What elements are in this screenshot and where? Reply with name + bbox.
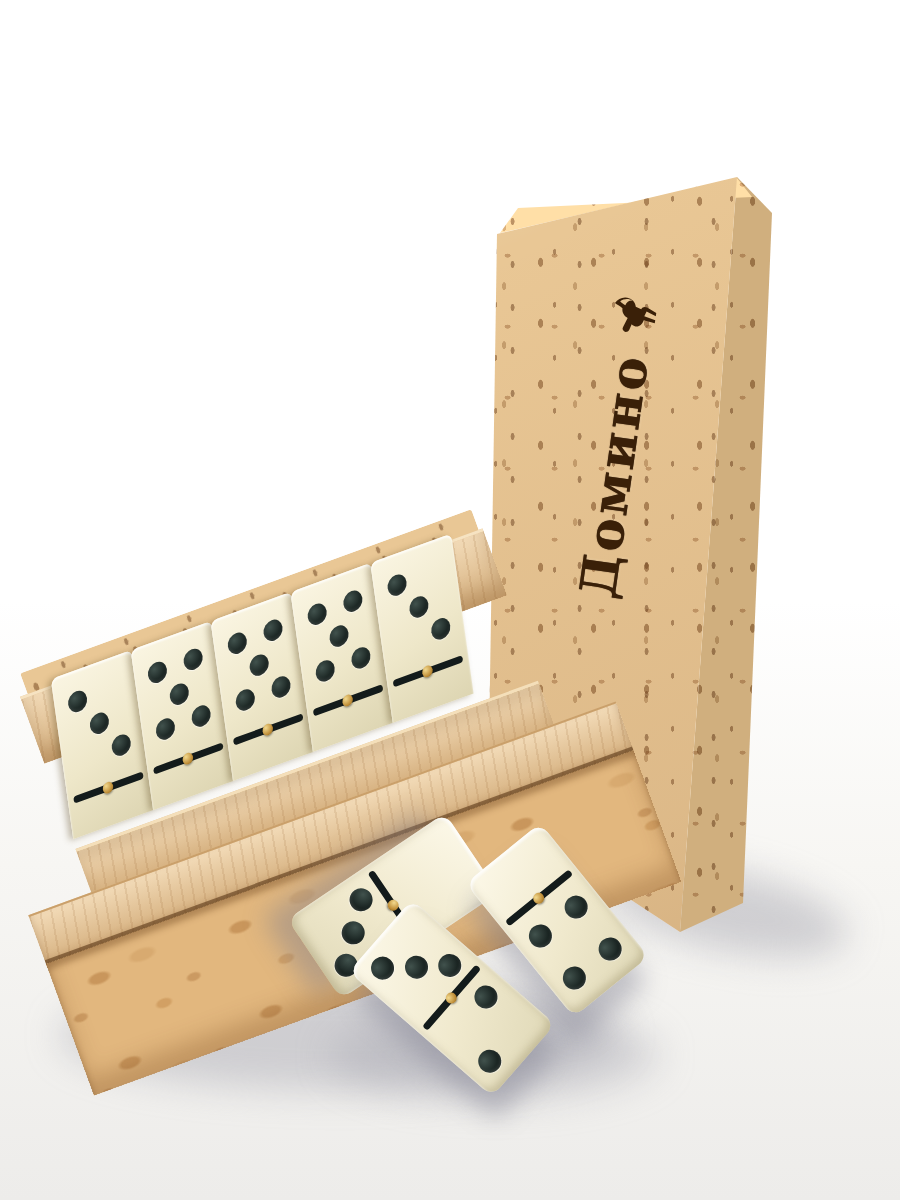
brass-spinner-pin — [422, 664, 434, 679]
pip — [338, 917, 370, 949]
pip — [262, 617, 284, 644]
pip — [182, 646, 204, 673]
tile-far-half — [55, 655, 144, 791]
pip — [168, 681, 190, 708]
pip — [408, 593, 430, 620]
tile-far-half — [215, 597, 304, 733]
pip — [560, 891, 592, 923]
pip — [366, 952, 398, 984]
tile-far-half — [295, 568, 384, 704]
pip — [315, 657, 337, 684]
pip — [328, 623, 350, 650]
pip — [227, 630, 249, 657]
pip — [155, 715, 177, 742]
pip — [400, 951, 432, 983]
pip — [110, 732, 132, 759]
brass-spinner-pin — [182, 751, 194, 766]
tile-far-half — [135, 626, 224, 762]
pip — [594, 933, 626, 965]
brass-spinner-pin — [103, 780, 115, 795]
pip — [524, 920, 556, 952]
product-photo-domino-set: Домино — [0, 0, 900, 1200]
pip — [147, 659, 169, 686]
pip — [350, 645, 372, 672]
brass-spinner-pin — [342, 693, 354, 708]
pip — [342, 588, 364, 615]
pip — [430, 615, 452, 642]
ibex-goat-icon — [606, 289, 665, 348]
brass-spinner-pin — [262, 722, 274, 737]
pip — [89, 710, 111, 737]
pip — [67, 688, 89, 715]
pip — [270, 674, 292, 701]
pip — [345, 884, 377, 916]
pip — [558, 962, 590, 994]
pip — [248, 652, 270, 679]
pip — [307, 600, 329, 627]
pip — [470, 981, 502, 1013]
pip — [235, 686, 257, 713]
pip — [434, 949, 466, 981]
tile-far-half — [375, 539, 464, 675]
pip — [474, 1045, 506, 1077]
pip — [190, 703, 212, 730]
pip — [387, 571, 409, 598]
